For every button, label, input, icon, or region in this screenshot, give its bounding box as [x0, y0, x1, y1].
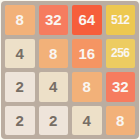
tile-r1c2: 32: [39, 5, 69, 35]
tile-r4c4: 8: [106, 106, 136, 136]
tile-r3c3: 8: [72, 72, 102, 102]
tile-r4c1: 2: [5, 106, 35, 136]
tile-r1c3: 64: [72, 5, 102, 35]
tile-r2c4: 256: [106, 39, 136, 69]
tile-r3c1: 2: [5, 72, 35, 102]
tile-r1c4: 512: [106, 5, 136, 35]
tile-r2c3: 16: [72, 39, 102, 69]
tile-r2c1: 4: [5, 39, 35, 69]
tile-r4c3: 4: [72, 106, 102, 136]
tile-r1c1: 8: [5, 5, 35, 35]
2048-board[interactable]: 832645124816256248322248: [1, 1, 139, 139]
tile-r3c4: 32: [106, 72, 136, 102]
tile-r4c2: 2: [39, 106, 69, 136]
tile-r2c2: 8: [39, 39, 69, 69]
tile-r3c2: 4: [39, 72, 69, 102]
